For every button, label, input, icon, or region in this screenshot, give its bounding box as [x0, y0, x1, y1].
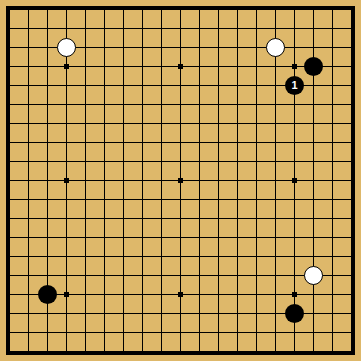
- intersection[interactable]: [247, 266, 266, 285]
- intersection[interactable]: [342, 0, 361, 19]
- intersection[interactable]: [152, 266, 171, 285]
- intersection[interactable]: [38, 19, 57, 38]
- stone-black-r16[interactable]: [304, 57, 323, 76]
- intersection[interactable]: [38, 57, 57, 76]
- intersection[interactable]: [57, 95, 76, 114]
- intersection[interactable]: [266, 247, 285, 266]
- intersection[interactable]: [266, 76, 285, 95]
- intersection[interactable]: [152, 95, 171, 114]
- intersection[interactable]: [76, 95, 95, 114]
- intersection[interactable]: [209, 285, 228, 304]
- intersection[interactable]: [266, 190, 285, 209]
- intersection[interactable]: [57, 171, 76, 190]
- intersection[interactable]: [76, 57, 95, 76]
- intersection[interactable]: [209, 19, 228, 38]
- intersection[interactable]: [266, 38, 285, 57]
- intersection[interactable]: [209, 209, 228, 228]
- intersection[interactable]: [171, 152, 190, 171]
- intersection[interactable]: [76, 228, 95, 247]
- intersection[interactable]: [285, 190, 304, 209]
- intersection[interactable]: [247, 152, 266, 171]
- intersection[interactable]: [133, 228, 152, 247]
- intersection[interactable]: [133, 114, 152, 133]
- intersection[interactable]: [171, 133, 190, 152]
- intersection[interactable]: [57, 304, 76, 323]
- intersection[interactable]: [304, 266, 323, 285]
- intersection[interactable]: [304, 190, 323, 209]
- intersection[interactable]: [0, 171, 19, 190]
- intersection[interactable]: [57, 38, 76, 57]
- intersection[interactable]: [247, 133, 266, 152]
- intersection[interactable]: [342, 266, 361, 285]
- intersection[interactable]: [114, 190, 133, 209]
- intersection[interactable]: [19, 285, 38, 304]
- intersection[interactable]: [19, 342, 38, 361]
- intersection[interactable]: [0, 152, 19, 171]
- intersection[interactable]: [285, 285, 304, 304]
- intersection[interactable]: [0, 209, 19, 228]
- intersection[interactable]: [228, 76, 247, 95]
- intersection[interactable]: [152, 171, 171, 190]
- intersection[interactable]: [0, 19, 19, 38]
- intersection[interactable]: [266, 342, 285, 361]
- intersection[interactable]: [228, 114, 247, 133]
- intersection[interactable]: [266, 171, 285, 190]
- intersection[interactable]: [323, 76, 342, 95]
- intersection[interactable]: [171, 209, 190, 228]
- stone-white-r5[interactable]: [304, 266, 323, 285]
- intersection[interactable]: [323, 152, 342, 171]
- intersection[interactable]: [76, 19, 95, 38]
- intersection[interactable]: [133, 0, 152, 19]
- intersection[interactable]: [114, 228, 133, 247]
- intersection[interactable]: [323, 38, 342, 57]
- intersection[interactable]: [190, 323, 209, 342]
- intersection[interactable]: [57, 228, 76, 247]
- intersection[interactable]: [247, 304, 266, 323]
- intersection[interactable]: [171, 190, 190, 209]
- intersection[interactable]: [76, 342, 95, 361]
- intersection[interactable]: [76, 266, 95, 285]
- intersection[interactable]: [342, 304, 361, 323]
- intersection[interactable]: [323, 209, 342, 228]
- intersection[interactable]: [152, 152, 171, 171]
- intersection[interactable]: [247, 171, 266, 190]
- board-grid[interactable]: 1: [0, 0, 361, 361]
- intersection[interactable]: [171, 0, 190, 19]
- intersection[interactable]: [38, 342, 57, 361]
- intersection[interactable]: [114, 323, 133, 342]
- intersection[interactable]: [285, 323, 304, 342]
- intersection[interactable]: [133, 38, 152, 57]
- stone-black-c4[interactable]: [38, 285, 57, 304]
- intersection[interactable]: [342, 247, 361, 266]
- intersection[interactable]: [95, 209, 114, 228]
- intersection[interactable]: [342, 171, 361, 190]
- intersection[interactable]: [247, 190, 266, 209]
- intersection[interactable]: [228, 57, 247, 76]
- intersection[interactable]: [95, 304, 114, 323]
- intersection[interactable]: [190, 171, 209, 190]
- intersection[interactable]: [0, 114, 19, 133]
- intersection[interactable]: [0, 76, 19, 95]
- intersection[interactable]: [57, 323, 76, 342]
- intersection[interactable]: [19, 209, 38, 228]
- intersection[interactable]: [95, 38, 114, 57]
- intersection[interactable]: [209, 152, 228, 171]
- intersection[interactable]: [114, 133, 133, 152]
- intersection[interactable]: [209, 323, 228, 342]
- intersection[interactable]: [95, 95, 114, 114]
- intersection[interactable]: [114, 342, 133, 361]
- intersection[interactable]: [190, 95, 209, 114]
- intersection[interactable]: [342, 342, 361, 361]
- intersection[interactable]: [266, 19, 285, 38]
- intersection[interactable]: [285, 171, 304, 190]
- intersection[interactable]: [247, 95, 266, 114]
- intersection[interactable]: [38, 95, 57, 114]
- intersection[interactable]: [247, 114, 266, 133]
- intersection[interactable]: [171, 266, 190, 285]
- intersection[interactable]: [209, 57, 228, 76]
- intersection[interactable]: [304, 247, 323, 266]
- intersection[interactable]: [19, 171, 38, 190]
- intersection[interactable]: [57, 266, 76, 285]
- intersection[interactable]: [152, 228, 171, 247]
- intersection[interactable]: [76, 152, 95, 171]
- intersection[interactable]: [342, 152, 361, 171]
- intersection[interactable]: [342, 57, 361, 76]
- intersection[interactable]: [57, 19, 76, 38]
- intersection[interactable]: [133, 209, 152, 228]
- intersection[interactable]: [114, 152, 133, 171]
- intersection[interactable]: [209, 76, 228, 95]
- intersection[interactable]: [114, 38, 133, 57]
- intersection[interactable]: [342, 38, 361, 57]
- intersection[interactable]: [304, 323, 323, 342]
- intersection[interactable]: [38, 133, 57, 152]
- intersection[interactable]: [38, 285, 57, 304]
- intersection[interactable]: [190, 57, 209, 76]
- intersection[interactable]: [190, 247, 209, 266]
- intersection[interactable]: [209, 247, 228, 266]
- intersection[interactable]: [228, 304, 247, 323]
- intersection[interactable]: [152, 38, 171, 57]
- intersection[interactable]: [323, 114, 342, 133]
- intersection[interactable]: [171, 95, 190, 114]
- intersection[interactable]: [95, 285, 114, 304]
- intersection[interactable]: [95, 57, 114, 76]
- intersection[interactable]: [133, 266, 152, 285]
- intersection[interactable]: [190, 19, 209, 38]
- intersection[interactable]: [133, 133, 152, 152]
- intersection[interactable]: [19, 323, 38, 342]
- intersection[interactable]: [304, 76, 323, 95]
- stone-black-q15[interactable]: 1: [285, 76, 304, 95]
- intersection[interactable]: [114, 247, 133, 266]
- intersection[interactable]: [190, 0, 209, 19]
- intersection[interactable]: [19, 304, 38, 323]
- intersection[interactable]: [171, 57, 190, 76]
- intersection[interactable]: [19, 266, 38, 285]
- intersection[interactable]: [285, 38, 304, 57]
- intersection[interactable]: [190, 38, 209, 57]
- intersection[interactable]: [38, 114, 57, 133]
- intersection[interactable]: [133, 247, 152, 266]
- intersection[interactable]: [76, 0, 95, 19]
- intersection[interactable]: [190, 133, 209, 152]
- intersection[interactable]: [152, 285, 171, 304]
- intersection[interactable]: [38, 76, 57, 95]
- intersection[interactable]: [152, 114, 171, 133]
- intersection[interactable]: [266, 114, 285, 133]
- intersection[interactable]: [323, 133, 342, 152]
- intersection[interactable]: [304, 285, 323, 304]
- intersection[interactable]: [0, 0, 19, 19]
- intersection[interactable]: [0, 133, 19, 152]
- intersection[interactable]: [190, 190, 209, 209]
- intersection[interactable]: [0, 285, 19, 304]
- intersection[interactable]: [38, 152, 57, 171]
- intersection[interactable]: [228, 190, 247, 209]
- intersection[interactable]: [152, 342, 171, 361]
- intersection[interactable]: [38, 171, 57, 190]
- intersection[interactable]: [209, 228, 228, 247]
- intersection[interactable]: [114, 76, 133, 95]
- intersection[interactable]: [57, 57, 76, 76]
- intersection[interactable]: [285, 266, 304, 285]
- intersection[interactable]: [152, 304, 171, 323]
- intersection[interactable]: [76, 171, 95, 190]
- intersection[interactable]: [304, 0, 323, 19]
- intersection[interactable]: [76, 323, 95, 342]
- intersection[interactable]: [76, 76, 95, 95]
- intersection[interactable]: [228, 247, 247, 266]
- intersection[interactable]: [323, 285, 342, 304]
- intersection[interactable]: [266, 0, 285, 19]
- intersection[interactable]: [323, 171, 342, 190]
- intersection[interactable]: [38, 304, 57, 323]
- intersection[interactable]: [76, 38, 95, 57]
- intersection[interactable]: [19, 38, 38, 57]
- intersection[interactable]: [76, 133, 95, 152]
- intersection[interactable]: [0, 342, 19, 361]
- intersection[interactable]: [209, 38, 228, 57]
- intersection[interactable]: [266, 323, 285, 342]
- intersection[interactable]: [114, 209, 133, 228]
- intersection[interactable]: [133, 171, 152, 190]
- intersection[interactable]: [19, 190, 38, 209]
- intersection[interactable]: [228, 171, 247, 190]
- intersection[interactable]: [285, 342, 304, 361]
- intersection[interactable]: [190, 342, 209, 361]
- intersection[interactable]: [171, 285, 190, 304]
- intersection[interactable]: [76, 285, 95, 304]
- intersection[interactable]: [152, 323, 171, 342]
- intersection[interactable]: [342, 285, 361, 304]
- intersection[interactable]: [266, 152, 285, 171]
- intersection[interactable]: [266, 209, 285, 228]
- intersection[interactable]: [304, 342, 323, 361]
- intersection[interactable]: [114, 285, 133, 304]
- intersection[interactable]: [342, 114, 361, 133]
- intersection[interactable]: [19, 0, 38, 19]
- intersection[interactable]: [152, 19, 171, 38]
- intersection[interactable]: [171, 342, 190, 361]
- intersection[interactable]: [304, 19, 323, 38]
- intersection[interactable]: [190, 285, 209, 304]
- intersection[interactable]: [95, 0, 114, 19]
- intersection[interactable]: [57, 285, 76, 304]
- intersection[interactable]: [95, 266, 114, 285]
- intersection[interactable]: [209, 304, 228, 323]
- intersection[interactable]: [0, 323, 19, 342]
- intersection[interactable]: [323, 57, 342, 76]
- intersection[interactable]: [76, 190, 95, 209]
- intersection[interactable]: [57, 342, 76, 361]
- intersection[interactable]: [171, 247, 190, 266]
- intersection[interactable]: [57, 247, 76, 266]
- intersection[interactable]: [342, 19, 361, 38]
- intersection[interactable]: [38, 38, 57, 57]
- intersection[interactable]: [95, 190, 114, 209]
- intersection[interactable]: [228, 0, 247, 19]
- intersection[interactable]: [190, 266, 209, 285]
- intersection[interactable]: [19, 57, 38, 76]
- intersection[interactable]: [152, 247, 171, 266]
- intersection[interactable]: [228, 95, 247, 114]
- intersection[interactable]: [38, 190, 57, 209]
- intersection[interactable]: [228, 228, 247, 247]
- intersection[interactable]: [304, 152, 323, 171]
- intersection[interactable]: [228, 323, 247, 342]
- intersection[interactable]: [38, 209, 57, 228]
- intersection[interactable]: [171, 304, 190, 323]
- intersection[interactable]: 1: [285, 76, 304, 95]
- intersection[interactable]: [228, 266, 247, 285]
- intersection[interactable]: [114, 171, 133, 190]
- intersection[interactable]: [133, 285, 152, 304]
- intersection[interactable]: [190, 228, 209, 247]
- intersection[interactable]: [228, 19, 247, 38]
- intersection[interactable]: [76, 114, 95, 133]
- intersection[interactable]: [19, 76, 38, 95]
- intersection[interactable]: [323, 0, 342, 19]
- intersection[interactable]: [95, 228, 114, 247]
- intersection[interactable]: [228, 38, 247, 57]
- intersection[interactable]: [323, 95, 342, 114]
- intersection[interactable]: [19, 228, 38, 247]
- intersection[interactable]: [247, 285, 266, 304]
- intersection[interactable]: [342, 323, 361, 342]
- intersection[interactable]: [190, 152, 209, 171]
- intersection[interactable]: [285, 247, 304, 266]
- intersection[interactable]: [114, 266, 133, 285]
- stone-white-d17[interactable]: [57, 38, 76, 57]
- intersection[interactable]: [0, 228, 19, 247]
- intersection[interactable]: [209, 0, 228, 19]
- intersection[interactable]: [152, 209, 171, 228]
- intersection[interactable]: [209, 266, 228, 285]
- intersection[interactable]: [323, 190, 342, 209]
- intersection[interactable]: [95, 247, 114, 266]
- intersection[interactable]: [285, 19, 304, 38]
- intersection[interactable]: [38, 228, 57, 247]
- intersection[interactable]: [152, 190, 171, 209]
- intersection[interactable]: [95, 19, 114, 38]
- intersection[interactable]: [133, 152, 152, 171]
- intersection[interactable]: [133, 323, 152, 342]
- intersection[interactable]: [247, 76, 266, 95]
- intersection[interactable]: [0, 95, 19, 114]
- intersection[interactable]: [209, 95, 228, 114]
- intersection[interactable]: [304, 228, 323, 247]
- intersection[interactable]: [133, 19, 152, 38]
- intersection[interactable]: [152, 133, 171, 152]
- intersection[interactable]: [19, 152, 38, 171]
- intersection[interactable]: [266, 133, 285, 152]
- intersection[interactable]: [304, 209, 323, 228]
- intersection[interactable]: [171, 114, 190, 133]
- intersection[interactable]: [171, 171, 190, 190]
- intersection[interactable]: [304, 171, 323, 190]
- intersection[interactable]: [114, 19, 133, 38]
- intersection[interactable]: [114, 304, 133, 323]
- intersection[interactable]: [57, 114, 76, 133]
- intersection[interactable]: [304, 114, 323, 133]
- intersection[interactable]: [171, 323, 190, 342]
- intersection[interactable]: [228, 152, 247, 171]
- intersection[interactable]: [38, 247, 57, 266]
- intersection[interactable]: [209, 190, 228, 209]
- intersection[interactable]: [247, 38, 266, 57]
- intersection[interactable]: [323, 228, 342, 247]
- intersection[interactable]: [133, 304, 152, 323]
- stone-white-p17[interactable]: [266, 38, 285, 57]
- intersection[interactable]: [57, 0, 76, 19]
- intersection[interactable]: [114, 114, 133, 133]
- intersection[interactable]: [228, 133, 247, 152]
- intersection[interactable]: [95, 171, 114, 190]
- intersection[interactable]: [171, 76, 190, 95]
- intersection[interactable]: [190, 114, 209, 133]
- intersection[interactable]: [266, 95, 285, 114]
- intersection[interactable]: [57, 76, 76, 95]
- intersection[interactable]: [19, 247, 38, 266]
- intersection[interactable]: [133, 95, 152, 114]
- intersection[interactable]: [0, 266, 19, 285]
- intersection[interactable]: [152, 57, 171, 76]
- intersection[interactable]: [38, 266, 57, 285]
- intersection[interactable]: [266, 266, 285, 285]
- intersection[interactable]: [19, 95, 38, 114]
- intersection[interactable]: [304, 57, 323, 76]
- intersection[interactable]: [342, 95, 361, 114]
- intersection[interactable]: [228, 285, 247, 304]
- intersection[interactable]: [342, 133, 361, 152]
- intersection[interactable]: [152, 0, 171, 19]
- intersection[interactable]: [76, 209, 95, 228]
- intersection[interactable]: [209, 114, 228, 133]
- intersection[interactable]: [95, 152, 114, 171]
- intersection[interactable]: [19, 133, 38, 152]
- stone-black-q3[interactable]: [285, 304, 304, 323]
- intersection[interactable]: [304, 38, 323, 57]
- intersection[interactable]: [76, 247, 95, 266]
- intersection[interactable]: [285, 304, 304, 323]
- intersection[interactable]: [95, 323, 114, 342]
- intersection[interactable]: [247, 247, 266, 266]
